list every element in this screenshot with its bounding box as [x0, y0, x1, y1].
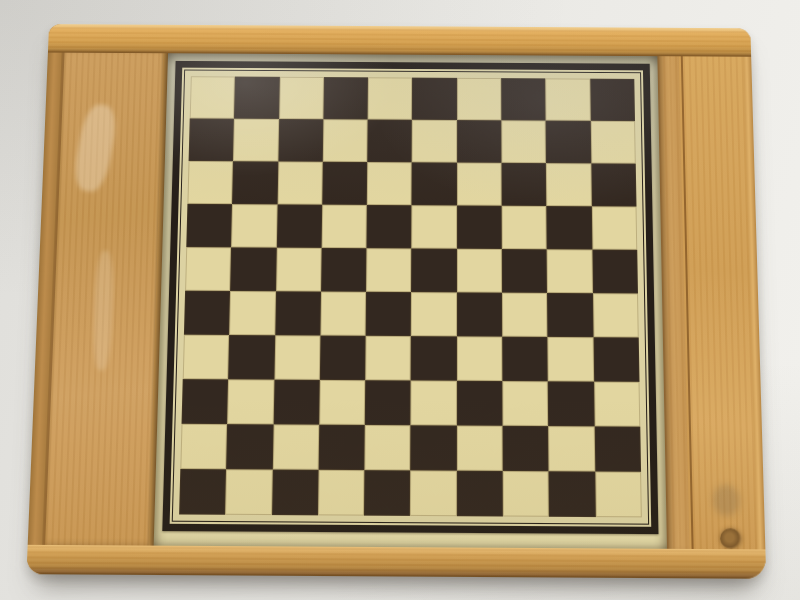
wood-scuff	[71, 103, 119, 194]
board-square	[457, 381, 503, 426]
board-square	[365, 425, 411, 470]
board-square	[546, 121, 591, 164]
board-square	[322, 205, 367, 249]
board-square	[590, 121, 635, 164]
wood-scuff	[92, 251, 114, 371]
board-square	[182, 379, 229, 424]
board-face	[170, 68, 652, 527]
board-square	[183, 335, 230, 380]
board-square	[234, 77, 279, 119]
board-square	[225, 469, 272, 515]
board-square	[365, 336, 411, 381]
board-square	[502, 249, 547, 293]
board-square	[411, 292, 457, 336]
board-square	[548, 337, 594, 382]
board-square	[272, 470, 319, 516]
board-square	[187, 161, 233, 204]
board-square	[367, 162, 412, 205]
board-square	[411, 336, 457, 381]
board-square	[502, 293, 548, 337]
board-square	[190, 76, 235, 118]
board-square	[278, 119, 323, 162]
board-square	[457, 292, 502, 336]
board-square	[320, 336, 366, 381]
board-square	[272, 424, 319, 469]
board-square	[502, 206, 547, 250]
board-square	[547, 206, 592, 250]
board-square	[319, 380, 365, 425]
board-square	[457, 336, 503, 381]
board-square	[549, 471, 596, 517]
board-square	[318, 425, 364, 470]
board-square	[411, 380, 457, 425]
board-grid	[179, 76, 642, 517]
board-square	[366, 292, 412, 336]
board-square	[457, 120, 502, 163]
board-square	[185, 247, 231, 291]
board-square	[594, 382, 640, 427]
board-square	[502, 381, 548, 426]
top-rail	[48, 24, 751, 57]
wood-knot	[720, 528, 742, 549]
board-square	[275, 291, 321, 335]
board-square	[274, 335, 320, 380]
board-square	[366, 248, 411, 292]
board-square	[593, 337, 639, 382]
board-square	[546, 163, 591, 206]
board-square	[226, 424, 273, 469]
board-square	[546, 78, 591, 120]
wooden-game-box	[26, 24, 766, 579]
board-square	[457, 426, 503, 471]
board-square	[503, 426, 549, 471]
board-square	[320, 292, 366, 336]
board-square	[189, 118, 235, 161]
board-square	[591, 163, 636, 206]
board-square	[368, 77, 413, 119]
board-square	[230, 247, 276, 291]
board-square	[548, 381, 594, 426]
board-square	[227, 379, 274, 424]
board-square	[186, 204, 232, 248]
board-square	[365, 380, 411, 425]
board-square	[410, 470, 456, 516]
board-square	[457, 249, 502, 293]
board-square	[412, 78, 457, 120]
wood-smudge	[713, 485, 740, 516]
board-sheet	[154, 53, 667, 549]
board-square	[457, 163, 502, 206]
board-square	[367, 205, 412, 249]
board-square	[276, 204, 322, 248]
board-square	[549, 426, 595, 471]
board-square	[323, 119, 368, 162]
board-square	[411, 425, 457, 470]
board-square	[590, 79, 635, 121]
board-square	[364, 470, 410, 516]
photo-background	[0, 0, 800, 600]
board-square	[232, 161, 278, 204]
board-square	[593, 293, 639, 337]
board-square	[273, 380, 319, 425]
board-square	[322, 162, 367, 205]
board-square	[367, 119, 412, 162]
board-square	[594, 426, 641, 471]
board-square	[323, 77, 368, 119]
board-square	[412, 120, 457, 163]
board-square	[228, 335, 274, 380]
board-square	[503, 471, 549, 517]
board-square	[547, 249, 593, 293]
bottom-rail	[26, 545, 766, 579]
board-square	[412, 205, 457, 249]
board-square	[233, 119, 278, 162]
board-square	[547, 293, 593, 337]
board-square	[595, 472, 642, 518]
board-square	[411, 248, 456, 292]
board-square	[180, 424, 227, 469]
board-square	[318, 470, 365, 516]
board-square	[457, 471, 503, 517]
board-square	[279, 77, 324, 119]
board-square	[276, 248, 322, 292]
board-square	[179, 469, 226, 515]
left-lid-panel	[43, 47, 163, 548]
board-square	[229, 291, 275, 335]
board-square	[501, 120, 546, 163]
board-square	[412, 162, 457, 205]
board-square	[592, 250, 638, 294]
board-square	[184, 291, 230, 335]
board-square	[502, 337, 548, 382]
board-square	[231, 204, 277, 248]
board-square	[277, 161, 322, 204]
board-square	[457, 205, 502, 249]
board-square	[592, 206, 638, 250]
board-square	[501, 78, 546, 120]
board-square	[457, 78, 502, 120]
board-frame	[162, 61, 658, 534]
board-square	[321, 248, 367, 292]
board-square	[502, 163, 547, 206]
